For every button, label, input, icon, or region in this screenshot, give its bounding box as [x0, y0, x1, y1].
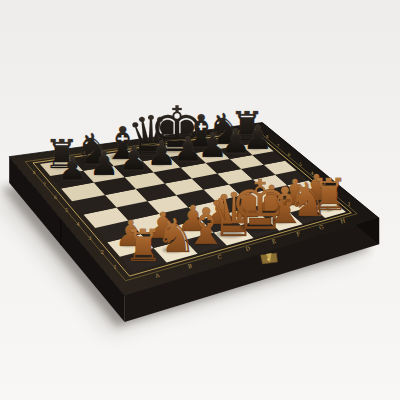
rank-label-left-1: 1 — [113, 264, 117, 270]
piece-black-pawn-b7: ♟ — [89, 144, 119, 183]
rank-label-left-8: 8 — [33, 170, 36, 175]
piece-white-rook-h1: ♜ — [310, 169, 349, 220]
rank-label-left-7: 7 — [43, 182, 46, 187]
latch-knob — [267, 258, 270, 261]
rank-label-left-3: 3 — [88, 235, 91, 241]
rank-label-left-5: 5 — [65, 208, 68, 213]
piece-black-pawn-a7: ♟ — [57, 149, 87, 188]
board-scene: ABCDEFGH1122334455667788♜♞♝♛♚♝♞♜♟♟♟♟♟♟♟♟… — [0, 0, 400, 400]
piece-black-pawn-c7: ♟ — [119, 139, 149, 178]
rank-label-left-4: 4 — [77, 221, 80, 227]
latch — [261, 253, 278, 264]
piece-black-pawn-h7: ♟ — [243, 118, 273, 157]
chess-product-photo: ABCDEFGH1122334455667788♜♞♝♛♚♝♞♜♟♟♟♟♟♟♟♟… — [0, 0, 400, 400]
rank-label-right-6: 6 — [288, 152, 291, 157]
rank-label-left-6: 6 — [54, 195, 57, 200]
rank-label-left-2: 2 — [101, 249, 104, 255]
rank-label-right-7: 7 — [277, 143, 280, 148]
